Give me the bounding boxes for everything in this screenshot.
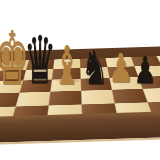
photo-background: ♚ ♛ ♝ ♞ ♟ ♟ <box>0 0 160 160</box>
white-bishop-piece: ♝ <box>53 39 82 92</box>
white-pawn-piece: ♟ <box>108 48 133 88</box>
black-pawn-piece: ♟ <box>133 52 156 89</box>
board-front-edge <box>0 111 160 145</box>
black-queen-piece: ♛ <box>24 28 57 94</box>
black-knight-piece: ♞ <box>81 44 108 91</box>
